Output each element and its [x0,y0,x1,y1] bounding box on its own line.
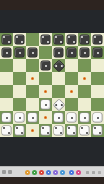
square-d8[interactable] [39,33,52,46]
pip [81,36,83,38]
piece-black-pawn[interactable] [67,48,76,57]
pip [45,104,47,106]
move-hint-dot[interactable] [83,77,86,80]
pip [60,103,63,106]
square-f8[interactable] [65,33,78,46]
pip [55,127,57,129]
square-d4[interactable] [39,85,52,98]
pip [8,41,10,43]
app-icon-blue-2[interactable] [69,170,74,175]
piece-white-queen[interactable] [41,126,50,135]
piece-black-pawn[interactable] [41,61,50,70]
piece-white-pawn[interactable] [93,113,102,122]
app-icon-red[interactable] [39,170,44,175]
square-d1[interactable] [39,124,52,137]
square-e7[interactable] [52,46,65,59]
taskbar-app-icons-secondary [69,170,81,175]
square-g3[interactable] [78,98,91,111]
square-e6[interactable] [52,59,65,72]
square-c3[interactable] [26,98,39,111]
app-background-top [0,10,104,33]
pip [73,132,75,134]
pip [60,64,63,67]
piece-white-pawn[interactable] [67,113,76,122]
piece-black-pawn[interactable] [2,48,11,57]
pip [71,117,73,119]
square-a2[interactable] [0,111,13,124]
square-h3[interactable] [91,98,104,111]
pip [84,52,86,54]
square-d3[interactable] [39,98,52,111]
tray-icon[interactable] [86,171,89,174]
desktop-taskbar[interactable] [0,166,104,177]
pip [58,52,60,54]
piece-white-king[interactable] [54,126,63,135]
chess-board[interactable] [0,33,104,137]
device-screen [0,0,104,184]
square-h6[interactable] [91,59,104,72]
square-h7[interactable] [91,46,104,59]
square-f7[interactable] [65,46,78,59]
square-g5[interactable] [78,72,91,85]
square-e4[interactable] [52,85,65,98]
pip [94,127,96,129]
square-c4[interactable] [26,85,39,98]
square-b3[interactable] [13,98,26,111]
square-a6[interactable] [0,59,13,72]
pip [19,52,21,54]
piece-black-knight[interactable] [80,35,89,44]
square-g6[interactable] [78,59,91,72]
pip [97,117,99,119]
pip [97,52,99,54]
window-control-icon[interactable] [2,170,6,174]
pip [21,41,23,43]
pip [99,41,101,43]
app-icon-cyan[interactable] [60,170,65,175]
bottom-nav-bar [0,177,104,184]
square-e8[interactable] [52,33,65,46]
square-h2[interactable] [91,111,104,124]
pip [6,117,8,119]
pip [3,36,5,38]
piece-black-king[interactable] [54,35,63,44]
pip [86,41,88,43]
square-a4[interactable] [0,85,13,98]
square-d6[interactable] [39,59,52,72]
pip [55,36,57,38]
pip [42,127,44,129]
pip [54,64,57,67]
piece-black-rook[interactable] [93,35,102,44]
square-a8[interactable] [0,33,13,46]
square-h8[interactable] [91,33,104,46]
square-c1[interactable] [26,124,39,137]
piece-white-bishop[interactable] [67,126,76,135]
tray-icon[interactable] [98,171,101,174]
square-a1[interactable] [0,124,13,137]
piece-black-pawn[interactable] [54,48,63,57]
square-f2[interactable] [65,111,78,124]
square-b7[interactable] [13,46,26,59]
pip [54,103,57,106]
pip [58,117,60,119]
piece-black-pawn[interactable] [80,48,89,57]
pip [81,127,83,129]
app-icon-green[interactable] [32,170,37,175]
square-b1[interactable] [13,124,26,137]
piece-black-bishop[interactable] [53,60,64,71]
pip [45,65,47,67]
pip [68,36,70,38]
square-b2[interactable] [13,111,26,124]
square-b4[interactable] [13,85,26,98]
taskbar-left-icons [2,170,12,174]
pip [71,52,73,54]
pip [32,52,34,54]
pip [94,36,96,38]
pip [73,41,75,43]
square-g8[interactable] [78,33,91,46]
square-c2[interactable] [26,111,39,124]
square-c8[interactable] [26,33,39,46]
piece-black-bishop[interactable] [67,35,76,44]
app-icon-orange[interactable] [25,170,30,175]
square-f3[interactable] [65,98,78,111]
square-b5[interactable] [13,72,26,85]
pip [47,132,49,134]
pip [32,117,34,119]
square-a7[interactable] [0,46,13,59]
piece-white-pawn[interactable] [41,100,50,109]
piece-white-rook[interactable] [2,126,11,135]
square-h4[interactable] [91,85,104,98]
square-f6[interactable] [65,59,78,72]
piece-white-pawn[interactable] [54,113,63,122]
pip [42,36,44,38]
move-hint-dot[interactable] [44,116,47,119]
square-g1[interactable] [78,124,91,137]
app-icon-blue[interactable] [46,170,51,175]
pip [21,132,23,134]
square-h5[interactable] [91,72,104,85]
move-hint-dot[interactable] [44,90,47,93]
move-hint-dot[interactable] [70,90,73,93]
square-f5[interactable] [65,72,78,85]
pip [16,127,18,129]
move-hint-dot[interactable] [31,129,34,132]
square-g2[interactable] [78,111,91,124]
pip [99,132,101,134]
pip [68,127,70,129]
square-g4[interactable] [78,85,91,98]
pip [19,117,21,119]
piece-white-knight[interactable] [80,126,89,135]
taskbar-app-icons [25,170,65,175]
piece-white-bishop[interactable] [53,99,64,110]
pip [60,41,62,43]
square-b6[interactable] [13,59,26,72]
square-e2[interactable] [52,111,65,124]
square-d2[interactable] [39,111,52,124]
piece-white-pawn[interactable] [15,113,24,122]
square-c6[interactable] [26,59,39,72]
tray-icon[interactable] [92,171,95,174]
square-f4[interactable] [65,85,78,98]
pip [47,41,49,43]
pip [6,52,8,54]
pip [60,132,62,134]
app-icon-pink[interactable] [76,170,81,175]
square-a3[interactable] [0,98,13,111]
taskbar-tray-icons [86,171,101,174]
app-background-bottom [0,137,104,166]
window-control-icon[interactable] [8,170,12,174]
app-icon-purple[interactable] [53,170,58,175]
pip [86,132,88,134]
status-bar [0,0,104,10]
piece-white-pawn[interactable] [2,113,11,122]
square-f1[interactable] [65,124,78,137]
square-c7[interactable] [26,46,39,59]
pip [3,127,5,129]
move-hint-dot[interactable] [31,77,34,80]
square-b8[interactable] [13,33,26,46]
square-g7[interactable] [78,46,91,59]
square-e5[interactable] [52,72,65,85]
square-e3[interactable] [52,98,65,111]
piece-white-knight[interactable] [15,126,24,135]
square-h1[interactable] [91,124,104,137]
piece-black-knight[interactable] [15,35,24,44]
square-c5[interactable] [26,72,39,85]
square-e1[interactable] [52,124,65,137]
piece-black-pawn[interactable] [28,48,37,57]
square-a5[interactable] [0,72,13,85]
piece-black-rook[interactable] [2,35,11,44]
piece-black-pawn[interactable] [93,48,102,57]
piece-black-pawn[interactable] [15,48,24,57]
pip [8,132,10,134]
square-d5[interactable] [39,72,52,85]
square-d7[interactable] [39,46,52,59]
piece-black-queen[interactable] [41,35,50,44]
piece-white-rook[interactable] [93,126,102,135]
pip [84,117,86,119]
piece-white-pawn[interactable] [80,113,89,122]
piece-white-pawn[interactable] [28,113,37,122]
pip [16,36,18,38]
